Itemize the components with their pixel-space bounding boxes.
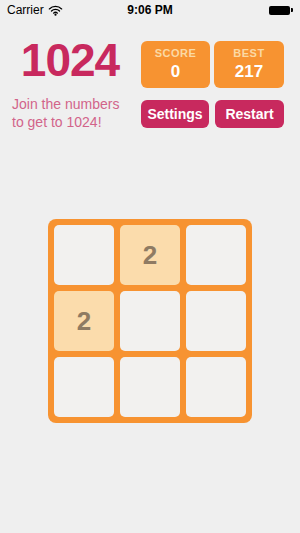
tile-2: 2 <box>120 225 180 285</box>
empty-cell <box>54 357 114 417</box>
best-label: BEST <box>233 47 264 59</box>
score-box: SCORE 0 <box>141 41 210 88</box>
game-board[interactable]: 22 <box>48 219 252 423</box>
empty-cell <box>186 357 246 417</box>
settings-button[interactable]: Settings <box>141 100 209 128</box>
status-bar: Carrier 9:06 PM <box>0 0 300 20</box>
status-bar-right <box>269 6 293 15</box>
carrier-label: Carrier <box>7 3 44 17</box>
best-box: BEST 217 <box>214 41 284 88</box>
wifi-icon <box>48 5 63 16</box>
battery-icon <box>269 6 290 15</box>
status-bar-left: Carrier <box>7 3 63 17</box>
best-value: 217 <box>235 62 263 82</box>
restart-button[interactable]: Restart <box>215 100 284 128</box>
tagline-line2: to get to 1024! <box>12 113 142 131</box>
tagline: Join the numbers to get to 1024! <box>12 95 142 131</box>
empty-cell <box>54 225 114 285</box>
tile-2: 2 <box>54 291 114 351</box>
tagline-line1: Join the numbers <box>12 95 142 113</box>
score-value: 0 <box>171 62 180 82</box>
empty-cell <box>120 357 180 417</box>
empty-cell <box>186 225 246 285</box>
app-screen: Carrier 9:06 PM 1024 Join the numbers to… <box>0 0 300 533</box>
page-title: 1024 <box>0 37 140 83</box>
score-label: SCORE <box>155 47 197 59</box>
empty-cell <box>120 291 180 351</box>
empty-cell <box>186 291 246 351</box>
